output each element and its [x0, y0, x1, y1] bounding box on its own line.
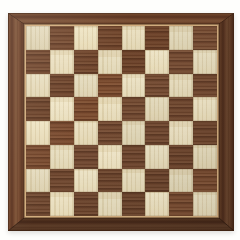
square-g4[interactable] [169, 121, 193, 145]
square-b8[interactable] [50, 26, 74, 50]
square-d4[interactable] [98, 121, 122, 145]
square-f4[interactable] [145, 121, 169, 145]
square-f5[interactable] [145, 97, 169, 121]
square-f6[interactable] [145, 74, 169, 98]
square-c5[interactable] [74, 97, 98, 121]
square-h8[interactable] [193, 26, 217, 50]
square-e5[interactable] [122, 97, 146, 121]
board-frame-bottom [8, 218, 234, 231]
board-grid [26, 26, 217, 216]
square-h6[interactable] [193, 74, 217, 98]
square-e6[interactable] [122, 74, 146, 98]
board-frame-top [8, 13, 234, 24]
square-e7[interactable] [122, 50, 146, 74]
square-a4[interactable] [26, 121, 50, 145]
square-g6[interactable] [169, 74, 193, 98]
square-d7[interactable] [98, 50, 122, 74]
square-a3[interactable] [26, 145, 50, 169]
square-d2[interactable] [98, 169, 122, 193]
square-g3[interactable] [169, 145, 193, 169]
board-frame-right [219, 13, 234, 231]
square-g7[interactable] [169, 50, 193, 74]
square-e3[interactable] [122, 145, 146, 169]
square-a1[interactable] [26, 192, 50, 216]
square-f1[interactable] [145, 192, 169, 216]
square-h5[interactable] [193, 97, 217, 121]
square-a7[interactable] [26, 50, 50, 74]
square-f2[interactable] [145, 169, 169, 193]
square-g8[interactable] [169, 26, 193, 50]
square-d8[interactable] [98, 26, 122, 50]
square-b2[interactable] [50, 169, 74, 193]
square-h3[interactable] [193, 145, 217, 169]
square-c2[interactable] [74, 169, 98, 193]
square-e4[interactable] [122, 121, 146, 145]
square-f7[interactable] [145, 50, 169, 74]
square-b3[interactable] [50, 145, 74, 169]
square-f3[interactable] [145, 145, 169, 169]
chessboard [8, 13, 234, 231]
square-g2[interactable] [169, 169, 193, 193]
square-b4[interactable] [50, 121, 74, 145]
board-inlay [24, 24, 219, 218]
square-b5[interactable] [50, 97, 74, 121]
square-c6[interactable] [74, 74, 98, 98]
square-b1[interactable] [50, 192, 74, 216]
square-h1[interactable] [193, 192, 217, 216]
square-e1[interactable] [122, 192, 146, 216]
square-d5[interactable] [98, 97, 122, 121]
square-c3[interactable] [74, 145, 98, 169]
square-e8[interactable] [122, 26, 146, 50]
square-a5[interactable] [26, 97, 50, 121]
square-h4[interactable] [193, 121, 217, 145]
square-e2[interactable] [122, 169, 146, 193]
square-g1[interactable] [169, 192, 193, 216]
square-a8[interactable] [26, 26, 50, 50]
square-b6[interactable] [50, 74, 74, 98]
square-c8[interactable] [74, 26, 98, 50]
square-h7[interactable] [193, 50, 217, 74]
square-d6[interactable] [98, 74, 122, 98]
square-h2[interactable] [193, 169, 217, 193]
square-d1[interactable] [98, 192, 122, 216]
square-a2[interactable] [26, 169, 50, 193]
square-a6[interactable] [26, 74, 50, 98]
product-photo-background [0, 0, 240, 240]
square-g5[interactable] [169, 97, 193, 121]
board-frame-left [8, 13, 24, 231]
square-c1[interactable] [74, 192, 98, 216]
square-b7[interactable] [50, 50, 74, 74]
square-f8[interactable] [145, 26, 169, 50]
square-c7[interactable] [74, 50, 98, 74]
square-d3[interactable] [98, 145, 122, 169]
square-c4[interactable] [74, 121, 98, 145]
